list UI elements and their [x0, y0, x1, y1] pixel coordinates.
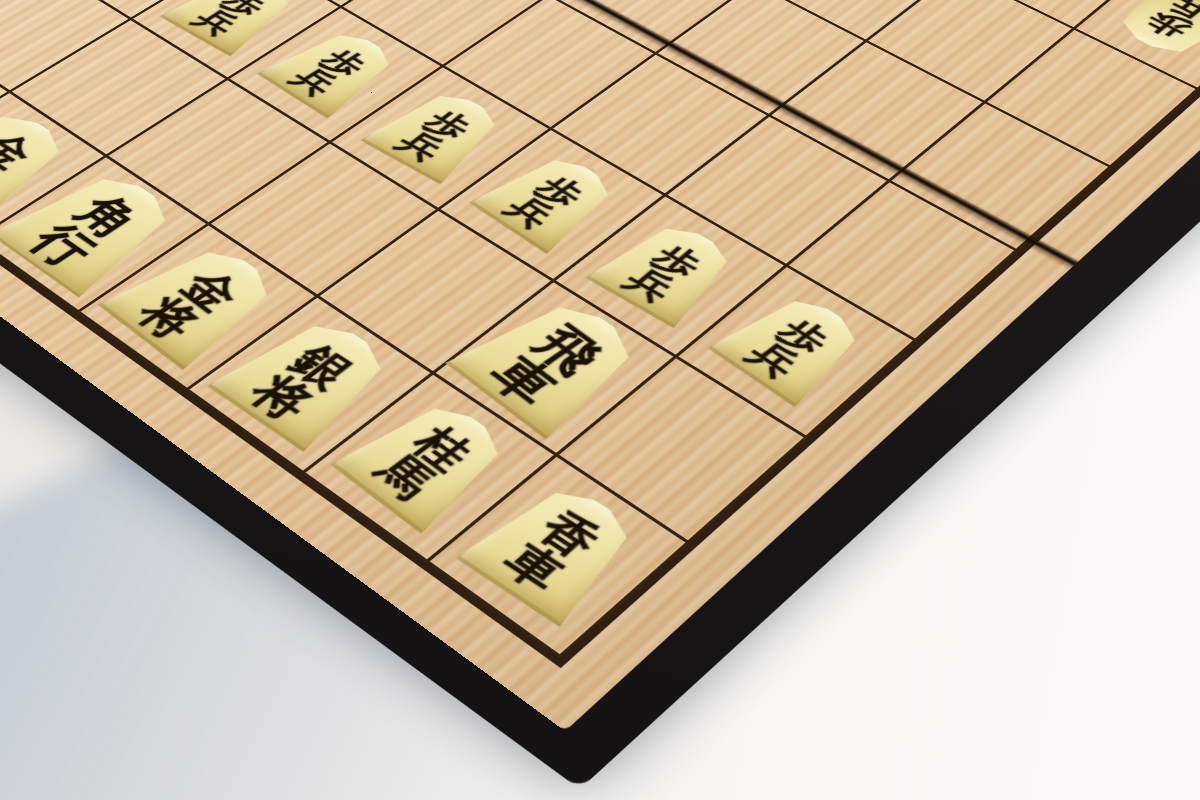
- koma-kanji: 歩兵: [619, 239, 709, 305]
- photo-stage: 香車桂馬銀将金将角行金将銀将飛車歩兵歩兵歩兵歩兵歩兵歩兵歩兵歩兵: [0, 0, 1200, 800]
- koma-kanji: 歩兵: [1140, 0, 1200, 41]
- scene: 香車桂馬銀将金将角行金将銀将飛車歩兵歩兵歩兵歩兵歩兵歩兵歩兵歩兵: [0, 0, 1200, 800]
- koma-kanji: 歩兵: [500, 171, 591, 232]
- koma-kanji: 歩兵: [742, 313, 837, 382]
